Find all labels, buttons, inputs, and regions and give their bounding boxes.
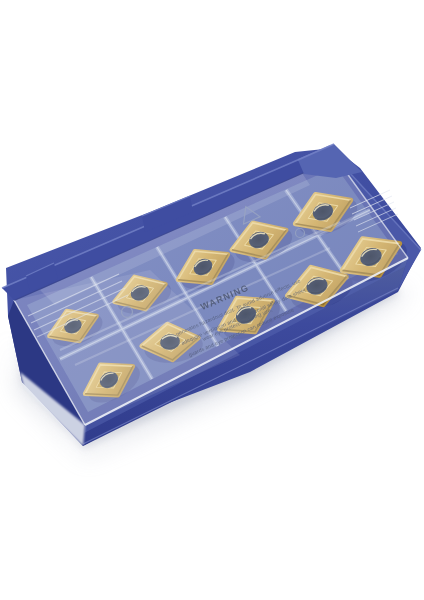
product-photo: WARNING generates hazardous dust. To avo… (0, 0, 424, 600)
photo-stage: WARNING generates hazardous dust. To avo… (0, 0, 424, 600)
latch-tab (298, 144, 362, 178)
